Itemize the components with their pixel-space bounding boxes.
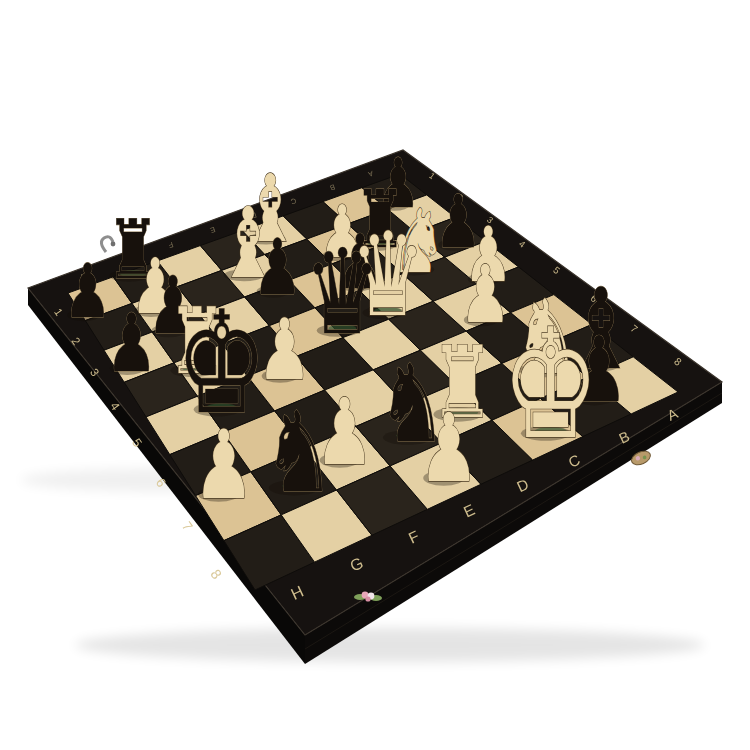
piece-glyph: ♟ <box>106 296 158 390</box>
piece-white-king-c8[interactable]: ♚ <box>502 296 600 472</box>
cast-shadow <box>75 628 705 662</box>
piece-glyph: ♚ <box>502 296 600 472</box>
piece-black-knight-g7[interactable]: ♞ <box>263 388 335 518</box>
piece-glyph: ♛ <box>304 224 380 361</box>
rank-label-lower-left: 7 <box>179 519 196 534</box>
rank-label-lower-left: 8 <box>207 566 225 582</box>
chess-set-photo: 1122334455667788HHGGFFEEDDCCBBAA ♟♝♟♜♟♞♝… <box>0 0 750 750</box>
piece-glyph: ♟ <box>63 248 111 334</box>
piece-glyph: ♟ <box>193 409 255 520</box>
piece-black-queen-d4[interactable]: ♛ <box>304 224 380 361</box>
piece-white-pawn-e8[interactable]: ♟ <box>418 393 479 503</box>
chess-board-scene: 1122334455667788HHGGFFEEDDCCBBAA ♟♝♟♜♟♞♝… <box>0 0 750 750</box>
piece-black-pawn-h1[interactable]: ♟ <box>63 248 111 334</box>
piece-black-pawn-h3[interactable]: ♟ <box>106 296 158 390</box>
chess-pieces: ♟♝♟♜♟♞♝♜♟♟♟♟♛♟♟♛♟♝♟♞♜♟♟♚♜♚♞♟♟♞♟ <box>63 144 636 521</box>
piece-glyph: ♟ <box>418 393 479 503</box>
piece-white-pawn-h7[interactable]: ♟ <box>193 409 255 520</box>
piece-glyph: ♞ <box>263 388 335 518</box>
